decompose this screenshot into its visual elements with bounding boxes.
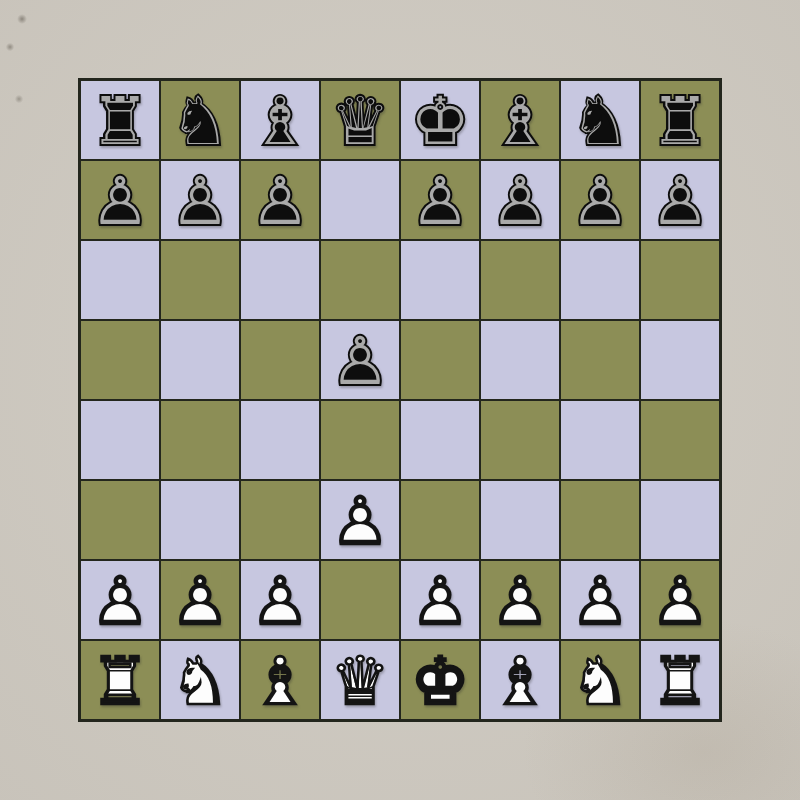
- square-c7[interactable]: ♟♙: [241, 161, 319, 239]
- square-a7[interactable]: ♟♙: [81, 161, 159, 239]
- square-g3[interactable]: [561, 481, 639, 559]
- piece-glyph-outline: ♕: [321, 83, 399, 161]
- piece-glyph-outline: ♙: [401, 163, 479, 241]
- square-h1[interactable]: ♜♖: [641, 641, 719, 719]
- square-b2[interactable]: ♟♙: [161, 561, 239, 639]
- square-d5[interactable]: ♟♙: [321, 321, 399, 399]
- piece-black-rook[interactable]: ♜♖: [81, 81, 159, 159]
- piece-white-pawn[interactable]: ♟♙: [321, 481, 399, 559]
- square-f4[interactable]: [481, 401, 559, 479]
- piece-black-pawn[interactable]: ♟♙: [321, 321, 399, 399]
- square-f3[interactable]: [481, 481, 559, 559]
- piece-glyph-outline: ♙: [161, 563, 239, 641]
- square-b4[interactable]: [161, 401, 239, 479]
- square-a4[interactable]: [81, 401, 159, 479]
- square-g6[interactable]: [561, 241, 639, 319]
- piece-glyph-outline: ♘: [161, 83, 239, 161]
- square-a8[interactable]: ♜♖: [81, 81, 159, 159]
- piece-glyph-outline: ♙: [561, 563, 639, 641]
- square-f5[interactable]: [481, 321, 559, 399]
- piece-glyph-outline: ♙: [81, 563, 159, 641]
- square-e1[interactable]: ♚♔: [401, 641, 479, 719]
- piece-white-rook[interactable]: ♜♖: [641, 641, 719, 719]
- square-d1[interactable]: ♛♕: [321, 641, 399, 719]
- piece-black-queen[interactable]: ♛♕: [321, 81, 399, 159]
- square-h8[interactable]: ♜♖: [641, 81, 719, 159]
- piece-glyph-outline: ♖: [81, 643, 159, 721]
- piece-white-pawn[interactable]: ♟♙: [241, 561, 319, 639]
- square-d4[interactable]: [321, 401, 399, 479]
- piece-glyph-outline: ♙: [81, 163, 159, 241]
- piece-glyph-outline: ♙: [241, 163, 319, 241]
- square-f8[interactable]: ♝♗: [481, 81, 559, 159]
- square-c4[interactable]: [241, 401, 319, 479]
- square-g5[interactable]: [561, 321, 639, 399]
- square-c3[interactable]: [241, 481, 319, 559]
- piece-black-bishop[interactable]: ♝♗: [241, 81, 319, 159]
- square-e8[interactable]: ♚♔: [401, 81, 479, 159]
- square-g7[interactable]: ♟♙: [561, 161, 639, 239]
- piece-glyph-outline: ♙: [641, 563, 719, 641]
- piece-glyph-outline: ♗: [481, 83, 559, 161]
- square-a1[interactable]: ♜♖: [81, 641, 159, 719]
- piece-glyph-outline: ♔: [401, 643, 479, 721]
- square-b3[interactable]: [161, 481, 239, 559]
- piece-white-king[interactable]: ♚♔: [401, 641, 479, 719]
- piece-black-rook[interactable]: ♜♖: [641, 81, 719, 159]
- square-d2[interactable]: [321, 561, 399, 639]
- piece-glyph-outline: ♙: [561, 163, 639, 241]
- piece-glyph-outline: ♗: [481, 643, 559, 721]
- piece-glyph-outline: ♔: [401, 83, 479, 161]
- square-f1[interactable]: ♝♗: [481, 641, 559, 719]
- piece-glyph-outline: ♙: [481, 163, 559, 241]
- piece-white-queen[interactable]: ♛♕: [321, 641, 399, 719]
- piece-glyph-outline: ♗: [241, 83, 319, 161]
- square-b5[interactable]: [161, 321, 239, 399]
- piece-black-pawn[interactable]: ♟♙: [161, 161, 239, 239]
- square-f6[interactable]: [481, 241, 559, 319]
- piece-black-pawn[interactable]: ♟♙: [241, 161, 319, 239]
- square-f2[interactable]: ♟♙: [481, 561, 559, 639]
- piece-black-knight[interactable]: ♞♘: [561, 81, 639, 159]
- piece-black-pawn[interactable]: ♟♙: [481, 161, 559, 239]
- piece-glyph-outline: ♖: [81, 83, 159, 161]
- piece-white-rook[interactable]: ♜♖: [81, 641, 159, 719]
- square-h5[interactable]: [641, 321, 719, 399]
- square-a3[interactable]: [81, 481, 159, 559]
- square-e5[interactable]: [401, 321, 479, 399]
- square-g8[interactable]: ♞♘: [561, 81, 639, 159]
- square-g1[interactable]: ♞♘: [561, 641, 639, 719]
- piece-white-pawn[interactable]: ♟♙: [561, 561, 639, 639]
- square-e3[interactable]: [401, 481, 479, 559]
- piece-glyph-outline: ♙: [641, 163, 719, 241]
- piece-glyph-outline: ♕: [321, 643, 399, 721]
- piece-white-knight[interactable]: ♞♘: [561, 641, 639, 719]
- square-h4[interactable]: [641, 401, 719, 479]
- square-d3[interactable]: ♟♙: [321, 481, 399, 559]
- square-e4[interactable]: [401, 401, 479, 479]
- piece-black-pawn[interactable]: ♟♙: [561, 161, 639, 239]
- square-a6[interactable]: [81, 241, 159, 319]
- piece-glyph-outline: ♗: [241, 643, 319, 721]
- square-g4[interactable]: [561, 401, 639, 479]
- piece-white-pawn[interactable]: ♟♙: [81, 561, 159, 639]
- square-c8[interactable]: ♝♗: [241, 81, 319, 159]
- square-b8[interactable]: ♞♘: [161, 81, 239, 159]
- piece-glyph-outline: ♙: [401, 563, 479, 641]
- square-d8[interactable]: ♛♕: [321, 81, 399, 159]
- piece-glyph-outline: ♖: [641, 643, 719, 721]
- piece-glyph-outline: ♙: [321, 323, 399, 401]
- square-d7[interactable]: [321, 161, 399, 239]
- piece-black-knight[interactable]: ♞♘: [161, 81, 239, 159]
- square-c5[interactable]: [241, 321, 319, 399]
- square-f7[interactable]: ♟♙: [481, 161, 559, 239]
- chess-board: ♜♖♞♘♝♗♛♕♚♔♝♗♞♘♜♖♟♙♟♙♟♙♟♙♟♙♟♙♟♙♟♙♟♙♟♙♟♙♟♙…: [78, 78, 722, 722]
- square-h3[interactable]: [641, 481, 719, 559]
- square-c1[interactable]: ♝♗: [241, 641, 319, 719]
- piece-white-pawn[interactable]: ♟♙: [641, 561, 719, 639]
- square-g2[interactable]: ♟♙: [561, 561, 639, 639]
- square-h7[interactable]: ♟♙: [641, 161, 719, 239]
- piece-black-bishop[interactable]: ♝♗: [481, 81, 559, 159]
- piece-white-bishop[interactable]: ♝♗: [241, 641, 319, 719]
- square-e2[interactable]: ♟♙: [401, 561, 479, 639]
- piece-glyph-outline: ♖: [641, 83, 719, 161]
- piece-black-pawn[interactable]: ♟♙: [81, 161, 159, 239]
- square-h6[interactable]: [641, 241, 719, 319]
- piece-black-pawn[interactable]: ♟♙: [641, 161, 719, 239]
- piece-glyph-outline: ♙: [481, 563, 559, 641]
- paper-background: ♜♖♞♘♝♗♛♕♚♔♝♗♞♘♜♖♟♙♟♙♟♙♟♙♟♙♟♙♟♙♟♙♟♙♟♙♟♙♟♙…: [0, 0, 800, 800]
- square-a5[interactable]: [81, 321, 159, 399]
- piece-glyph-outline: ♙: [161, 163, 239, 241]
- square-c2[interactable]: ♟♙: [241, 561, 319, 639]
- piece-glyph-outline: ♙: [241, 563, 319, 641]
- square-e7[interactable]: ♟♙: [401, 161, 479, 239]
- piece-white-pawn[interactable]: ♟♙: [401, 561, 479, 639]
- piece-glyph-outline: ♙: [321, 483, 399, 561]
- square-e6[interactable]: [401, 241, 479, 319]
- piece-glyph-outline: ♘: [561, 643, 639, 721]
- piece-white-pawn[interactable]: ♟♙: [481, 561, 559, 639]
- piece-black-pawn[interactable]: ♟♙: [401, 161, 479, 239]
- square-c6[interactable]: [241, 241, 319, 319]
- piece-white-pawn[interactable]: ♟♙: [161, 561, 239, 639]
- square-b6[interactable]: [161, 241, 239, 319]
- square-h2[interactable]: ♟♙: [641, 561, 719, 639]
- piece-glyph-outline: ♘: [161, 643, 239, 721]
- piece-white-knight[interactable]: ♞♘: [161, 641, 239, 719]
- piece-black-king[interactable]: ♚♔: [401, 81, 479, 159]
- square-d6[interactable]: [321, 241, 399, 319]
- square-a2[interactable]: ♟♙: [81, 561, 159, 639]
- piece-white-bishop[interactable]: ♝♗: [481, 641, 559, 719]
- square-b7[interactable]: ♟♙: [161, 161, 239, 239]
- square-b1[interactable]: ♞♘: [161, 641, 239, 719]
- piece-glyph-outline: ♘: [561, 83, 639, 161]
